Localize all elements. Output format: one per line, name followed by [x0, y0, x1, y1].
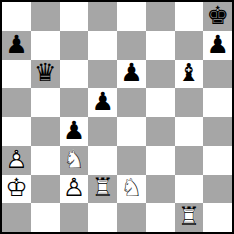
- square-c2[interactable]: ♟♙: [60, 175, 89, 204]
- square-e5[interactable]: [117, 88, 146, 117]
- square-h3[interactable]: [203, 146, 232, 175]
- piece-white-king: ♚♔: [2, 175, 31, 204]
- square-b1[interactable]: [31, 203, 60, 232]
- piece-black-pawn: ♟: [88, 88, 117, 117]
- square-h8[interactable]: ♚: [203, 2, 232, 31]
- piece-black-queen: ♛: [31, 60, 60, 89]
- square-b8[interactable]: [31, 2, 60, 31]
- piece-white-knight: ♞♘: [117, 175, 146, 204]
- square-f7[interactable]: [146, 31, 175, 60]
- square-g8[interactable]: [175, 2, 204, 31]
- square-f5[interactable]: [146, 88, 175, 117]
- square-d8[interactable]: [88, 2, 117, 31]
- piece-white-rook: ♜♖: [175, 203, 204, 232]
- square-g4[interactable]: [175, 117, 204, 146]
- square-g6[interactable]: ♝: [175, 60, 204, 89]
- square-a4[interactable]: [2, 117, 31, 146]
- square-c4[interactable]: ♟: [60, 117, 89, 146]
- square-c3[interactable]: ♞♘: [60, 146, 89, 175]
- square-a5[interactable]: [2, 88, 31, 117]
- square-c6[interactable]: [60, 60, 89, 89]
- piece-white-pawn: ♟♙: [60, 175, 89, 204]
- square-b2[interactable]: [31, 175, 60, 204]
- square-e1[interactable]: [117, 203, 146, 232]
- square-b4[interactable]: [31, 117, 60, 146]
- square-g2[interactable]: [175, 175, 204, 204]
- square-h5[interactable]: [203, 88, 232, 117]
- piece-white-rook: ♜♖: [88, 175, 117, 204]
- square-f3[interactable]: [146, 146, 175, 175]
- square-d7[interactable]: [88, 31, 117, 60]
- square-e7[interactable]: [117, 31, 146, 60]
- square-c1[interactable]: [60, 203, 89, 232]
- square-e2[interactable]: ♞♘: [117, 175, 146, 204]
- square-c7[interactable]: [60, 31, 89, 60]
- square-g7[interactable]: [175, 31, 204, 60]
- chess-board: ♚♟♟♛♟♝♟♟♟♙♞♘♚♔♟♙♜♖♞♘♜♖: [0, 0, 234, 234]
- square-a3[interactable]: ♟♙: [2, 146, 31, 175]
- square-d5[interactable]: ♟: [88, 88, 117, 117]
- square-a8[interactable]: [2, 2, 31, 31]
- square-g3[interactable]: [175, 146, 204, 175]
- square-h4[interactable]: [203, 117, 232, 146]
- square-f6[interactable]: [146, 60, 175, 89]
- square-h6[interactable]: [203, 60, 232, 89]
- square-c5[interactable]: [60, 88, 89, 117]
- square-f2[interactable]: [146, 175, 175, 204]
- piece-black-bishop: ♝: [175, 60, 204, 89]
- square-b7[interactable]: [31, 31, 60, 60]
- piece-black-king: ♚: [203, 2, 232, 31]
- square-e6[interactable]: ♟: [117, 60, 146, 89]
- square-a6[interactable]: [2, 60, 31, 89]
- piece-white-pawn: ♟♙: [2, 146, 31, 175]
- square-g1[interactable]: ♜♖: [175, 203, 204, 232]
- square-e3[interactable]: [117, 146, 146, 175]
- square-h1[interactable]: [203, 203, 232, 232]
- square-b6[interactable]: ♛: [31, 60, 60, 89]
- square-e4[interactable]: [117, 117, 146, 146]
- piece-black-pawn: ♟: [117, 60, 146, 89]
- square-f1[interactable]: [146, 203, 175, 232]
- square-d1[interactable]: [88, 203, 117, 232]
- square-a2[interactable]: ♚♔: [2, 175, 31, 204]
- square-h7[interactable]: ♟: [203, 31, 232, 60]
- square-d6[interactable]: [88, 60, 117, 89]
- square-f4[interactable]: [146, 117, 175, 146]
- square-g5[interactable]: [175, 88, 204, 117]
- square-a7[interactable]: ♟: [2, 31, 31, 60]
- square-a1[interactable]: [2, 203, 31, 232]
- piece-white-knight: ♞♘: [60, 146, 89, 175]
- square-c8[interactable]: [60, 2, 89, 31]
- square-b5[interactable]: [31, 88, 60, 117]
- square-d3[interactable]: [88, 146, 117, 175]
- square-d4[interactable]: [88, 117, 117, 146]
- square-f8[interactable]: [146, 2, 175, 31]
- square-b3[interactable]: [31, 146, 60, 175]
- piece-black-pawn: ♟: [2, 31, 31, 60]
- square-d2[interactable]: ♜♖: [88, 175, 117, 204]
- square-e8[interactable]: [117, 2, 146, 31]
- piece-black-pawn: ♟: [60, 117, 89, 146]
- square-h2[interactable]: [203, 175, 232, 204]
- piece-black-pawn: ♟: [203, 31, 232, 60]
